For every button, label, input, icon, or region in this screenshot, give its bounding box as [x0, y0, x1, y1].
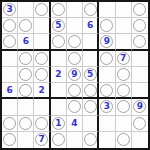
cell-r1c6[interactable] — [83, 2, 99, 18]
cell-r5c4[interactable]: 2 — [51, 67, 67, 83]
odd-cell-circle-icon — [3, 133, 16, 146]
cell-r4c1[interactable] — [2, 51, 18, 67]
cell-r6c2[interactable] — [18, 83, 34, 99]
cell-r4c6[interactable] — [83, 51, 99, 67]
given-digit: 1 — [55, 119, 61, 128]
cell-r5c6[interactable]: 5 — [83, 67, 99, 83]
given-digit: 5 — [87, 70, 93, 79]
cell-r6c4[interactable] — [51, 83, 67, 99]
cell-r6c6[interactable] — [83, 83, 99, 99]
cell-r5c5[interactable]: 9 — [67, 67, 83, 83]
given-digit: 9 — [71, 70, 77, 79]
cell-r9c4[interactable] — [51, 132, 67, 148]
cell-r8c3[interactable] — [34, 116, 50, 132]
cell-r7c1[interactable] — [2, 99, 18, 115]
cell-r7c3[interactable] — [34, 99, 50, 115]
cell-r1c5[interactable] — [67, 2, 83, 18]
cell-r8c2[interactable] — [18, 116, 34, 132]
odd-cell-circle-icon — [3, 35, 16, 48]
cell-r2c2[interactable] — [18, 18, 34, 34]
odd-cell-circle-icon — [68, 100, 81, 113]
given-digit: 6 — [6, 86, 12, 95]
cell-r7c6[interactable] — [83, 99, 99, 115]
odd-cell-circle-icon: 7 — [35, 133, 48, 146]
given-digit: 2 — [38, 86, 44, 95]
cell-r9c2[interactable] — [18, 132, 34, 148]
cell-r1c4[interactable] — [51, 2, 67, 18]
odd-cell-circle-icon — [133, 19, 146, 32]
odd-cell-circle-icon — [117, 68, 130, 81]
odd-cell-circle-icon: 5 — [52, 19, 65, 32]
odd-cell-circle-icon: 7 — [117, 52, 130, 65]
odd-cell-circle-icon — [35, 52, 48, 65]
cell-r2c1[interactable] — [2, 18, 18, 34]
cell-r9c8[interactable] — [116, 132, 132, 148]
odd-cell-circle-icon — [68, 52, 81, 65]
cell-r5c9[interactable] — [132, 67, 148, 83]
odd-cell-circle-icon — [133, 35, 146, 48]
cell-r9c9[interactable] — [132, 132, 148, 148]
cell-r4c2[interactable] — [18, 51, 34, 67]
cell-r8c1[interactable] — [2, 116, 18, 132]
cell-r1c1[interactable]: 3 — [2, 2, 18, 18]
cell-r2c7[interactable] — [99, 18, 115, 34]
cell-r7c9[interactable]: 9 — [132, 99, 148, 115]
cell-r6c3[interactable]: 2 — [34, 83, 50, 99]
given-digit: 5 — [55, 21, 61, 30]
cell-r3c3[interactable] — [34, 34, 50, 50]
cell-r2c9[interactable] — [132, 18, 148, 34]
odd-cell-circle-icon: 5 — [84, 68, 97, 81]
cell-r4c5[interactable] — [67, 51, 83, 67]
odd-cell-circle-icon — [19, 84, 32, 97]
cell-r9c5[interactable] — [67, 132, 83, 148]
cell-r1c3[interactable] — [34, 2, 50, 18]
cell-r7c4[interactable] — [51, 99, 67, 115]
odd-cell-circle-icon — [35, 68, 48, 81]
cell-r7c8[interactable] — [116, 99, 132, 115]
cell-r4c7[interactable] — [99, 51, 115, 67]
cell-r4c3[interactable] — [34, 51, 50, 67]
cell-r1c7[interactable] — [99, 2, 115, 18]
odd-cell-circle-icon — [117, 133, 130, 146]
odd-cell-circle-icon — [100, 84, 113, 97]
odd-cell-circle-icon: 3 — [3, 3, 16, 16]
given-digit: 6 — [23, 37, 29, 46]
given-digit: 9 — [137, 102, 143, 111]
given-digit: 2 — [55, 70, 61, 79]
cell-r3c1[interactable] — [2, 34, 18, 50]
given-digit: 7 — [38, 135, 44, 144]
odd-cell-circle-icon: 1 — [52, 117, 65, 130]
cell-r5c3[interactable] — [34, 67, 50, 83]
odd-cell-circle-icon: 9 — [68, 68, 81, 81]
cell-r8c6[interactable] — [83, 116, 99, 132]
cell-r7c2[interactable] — [18, 99, 34, 115]
odd-cell-circle-icon — [84, 133, 97, 146]
given-digit: 6 — [87, 21, 93, 30]
odd-cell-circle-icon — [19, 68, 32, 81]
odd-cell-circle-icon — [100, 52, 113, 65]
cell-r2c6[interactable]: 6 — [83, 18, 99, 34]
odd-cell-circle-icon: 9 — [133, 100, 146, 113]
cell-r7c7[interactable]: 3 — [99, 99, 115, 115]
cell-r9c7[interactable] — [99, 132, 115, 148]
odd-cell-circle-icon — [100, 19, 113, 32]
odd-cell-circle-icon — [19, 117, 32, 130]
odd-cell-circle-icon — [19, 19, 32, 32]
odd-cell-circle-icon — [35, 3, 48, 16]
cell-r6c5[interactable] — [67, 83, 83, 99]
cell-r6c8[interactable] — [116, 83, 132, 99]
cell-r8c4[interactable]: 1 — [51, 116, 67, 132]
odd-cell-circle-icon — [35, 117, 48, 130]
given-digit: 3 — [6, 5, 12, 14]
cell-r7c5[interactable] — [67, 99, 83, 115]
given-digit: 4 — [71, 119, 77, 128]
cell-r3c9[interactable] — [132, 34, 148, 50]
given-digit: 3 — [104, 102, 110, 111]
odd-cell-circle-icon — [84, 100, 97, 113]
odd-cell-circle-icon — [68, 35, 81, 48]
odd-cell-circle-icon — [133, 3, 146, 16]
cell-r2c3[interactable] — [34, 18, 50, 34]
cell-r1c2[interactable] — [18, 2, 34, 18]
odd-cell-circle-icon — [3, 19, 16, 32]
odd-cell-circle-icon — [68, 84, 81, 97]
cell-r4c4[interactable] — [51, 51, 67, 67]
cell-r4c8[interactable]: 7 — [116, 51, 132, 67]
odd-cell-circle-icon — [3, 117, 16, 130]
odd-cell-circle-icon — [52, 3, 65, 16]
odd-cell-circle-icon — [52, 133, 65, 146]
cell-r2c4[interactable]: 5 — [51, 18, 67, 34]
cell-r5c1[interactable] — [2, 67, 18, 83]
cell-r3c6[interactable] — [83, 34, 99, 50]
cell-r6c7[interactable] — [99, 83, 115, 99]
odd-cell-circle-icon — [52, 35, 65, 48]
odd-cell-circle-icon — [19, 52, 32, 65]
odd-cell-circle-icon — [117, 100, 130, 113]
cell-r8c7[interactable] — [99, 116, 115, 132]
odd-cell-circle-icon — [117, 84, 130, 97]
cell-r8c5[interactable]: 4 — [67, 116, 83, 132]
cell-r2c5[interactable] — [67, 18, 83, 34]
odd-cell-circle-icon: 9 — [100, 35, 113, 48]
cell-r1c8[interactable] — [116, 2, 132, 18]
odd-cell-circle-icon — [84, 3, 97, 16]
cell-r9c6[interactable] — [83, 132, 99, 148]
odd-cell-circle-icon — [84, 84, 97, 97]
cell-r3c2[interactable]: 6 — [18, 34, 34, 50]
cell-r3c7[interactable]: 9 — [99, 34, 115, 50]
cell-r3c4[interactable] — [51, 34, 67, 50]
cell-r5c2[interactable] — [18, 67, 34, 83]
odd-cell-circle-icon: 3 — [100, 100, 113, 113]
cell-r4c9[interactable] — [132, 51, 148, 67]
cell-r5c8[interactable] — [116, 67, 132, 83]
given-digit: 9 — [104, 37, 110, 46]
cell-r2c8[interactable] — [116, 18, 132, 34]
cell-r9c3[interactable]: 7 — [34, 132, 50, 148]
cell-r6c9[interactable] — [132, 83, 148, 99]
cell-r3c8[interactable] — [116, 34, 132, 50]
cell-r9c1[interactable] — [2, 132, 18, 148]
cell-r8c8[interactable] — [116, 116, 132, 132]
cell-r1c9[interactable] — [132, 2, 148, 18]
given-digit: 7 — [120, 54, 126, 63]
odd-cell-circle-icon — [133, 117, 146, 130]
cell-r6c1[interactable]: 6 — [2, 83, 18, 99]
cell-r5c7[interactable] — [99, 67, 115, 83]
cell-r3c5[interactable] — [67, 34, 83, 50]
cell-r8c9[interactable] — [132, 116, 148, 132]
sudoku-board: 3566972956239147 — [0, 0, 150, 150]
